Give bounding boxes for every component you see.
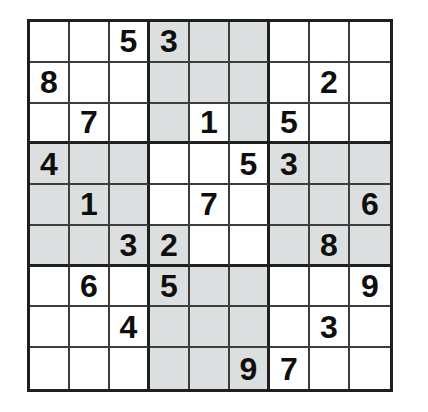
cell-r1c7[interactable] [270,22,310,63]
cell-r4c3[interactable] [110,144,150,185]
cell-r2c5[interactable] [190,63,230,104]
cell-r4c8[interactable] [310,144,350,185]
cell-r8c1[interactable] [30,307,70,348]
cell-r2c7[interactable] [270,63,310,104]
given-digit-r6c8: 8 [310,226,350,267]
cell-r5c4[interactable] [150,185,190,226]
given-digit-r7c2: 6 [70,267,110,308]
cell-r5c3[interactable] [110,185,150,226]
cell-r6c9[interactable] [350,226,390,267]
cell-r5c6[interactable] [230,185,270,226]
cell-r9c4[interactable] [150,348,190,389]
cell-r1c5[interactable] [190,22,230,63]
cell-r4c4[interactable] [150,144,190,185]
cell-r1c6[interactable] [230,22,270,63]
cell-r8c4[interactable] [150,307,190,348]
cell-r8c6[interactable] [230,307,270,348]
given-digit-r6c3: 3 [110,226,150,267]
given-digit-r8c3: 4 [110,307,150,348]
cell-r8c5[interactable] [190,307,230,348]
given-digit-r3c5: 1 [190,104,230,145]
cell-r9c1[interactable] [30,348,70,389]
cell-r1c9[interactable] [350,22,390,63]
given-digit-r5c9: 6 [350,185,390,226]
cell-r1c8[interactable] [310,22,350,63]
cell-r4c2[interactable] [70,144,110,185]
cell-r7c3[interactable] [110,267,150,308]
cell-r6c2[interactable] [70,226,110,267]
cell-r9c9[interactable] [350,348,390,389]
cell-r4c5[interactable] [190,144,230,185]
cell-r8c2[interactable] [70,307,110,348]
cell-r7c8[interactable] [310,267,350,308]
given-digit-r5c5: 7 [190,185,230,226]
given-digit-r4c6: 5 [230,144,270,185]
cell-r6c7[interactable] [270,226,310,267]
cell-r1c1[interactable] [30,22,70,63]
cell-r3c9[interactable] [350,104,390,145]
cell-r3c1[interactable] [30,104,70,145]
cell-r7c6[interactable] [230,267,270,308]
given-digit-r9c6: 9 [230,348,270,389]
cell-r8c7[interactable] [270,307,310,348]
given-digit-r4c7: 3 [270,144,310,185]
page: 53827154531763286594397 [0,0,428,412]
cell-r1c2[interactable] [70,22,110,63]
given-digit-r6c4: 2 [150,226,190,267]
cell-r2c4[interactable] [150,63,190,104]
cell-r9c8[interactable] [310,348,350,389]
given-digit-r1c4: 3 [150,22,190,63]
cell-r6c6[interactable] [230,226,270,267]
given-digit-r9c7: 7 [270,348,310,389]
cell-r7c7[interactable] [270,267,310,308]
cell-r2c2[interactable] [70,63,110,104]
given-digit-r3c2: 7 [70,104,110,145]
cell-r5c7[interactable] [270,185,310,226]
cell-r3c6[interactable] [230,104,270,145]
cell-r9c5[interactable] [190,348,230,389]
given-digit-r7c9: 9 [350,267,390,308]
cell-r4c9[interactable] [350,144,390,185]
given-digit-r5c2: 1 [70,185,110,226]
cell-r5c1[interactable] [30,185,70,226]
given-digit-r1c3: 5 [110,22,150,63]
cell-r6c1[interactable] [30,226,70,267]
cell-r2c6[interactable] [230,63,270,104]
given-digit-r3c7: 5 [270,104,310,145]
cell-r9c3[interactable] [110,348,150,389]
sudoku-board: 53827154531763286594397 [27,19,393,392]
given-digit-r4c1: 4 [30,144,70,185]
cell-r9c2[interactable] [70,348,110,389]
cell-r3c4[interactable] [150,104,190,145]
cell-r5c8[interactable] [310,185,350,226]
cell-r7c5[interactable] [190,267,230,308]
given-digit-r7c4: 5 [150,267,190,308]
given-digit-r2c8: 2 [310,63,350,104]
cell-r2c3[interactable] [110,63,150,104]
cell-r7c1[interactable] [30,267,70,308]
cell-r3c8[interactable] [310,104,350,145]
given-digit-r8c8: 3 [310,307,350,348]
cell-r2c9[interactable] [350,63,390,104]
cell-r8c9[interactable] [350,307,390,348]
cell-r3c3[interactable] [110,104,150,145]
given-digit-r2c1: 8 [30,63,70,104]
cell-r6c5[interactable] [190,226,230,267]
